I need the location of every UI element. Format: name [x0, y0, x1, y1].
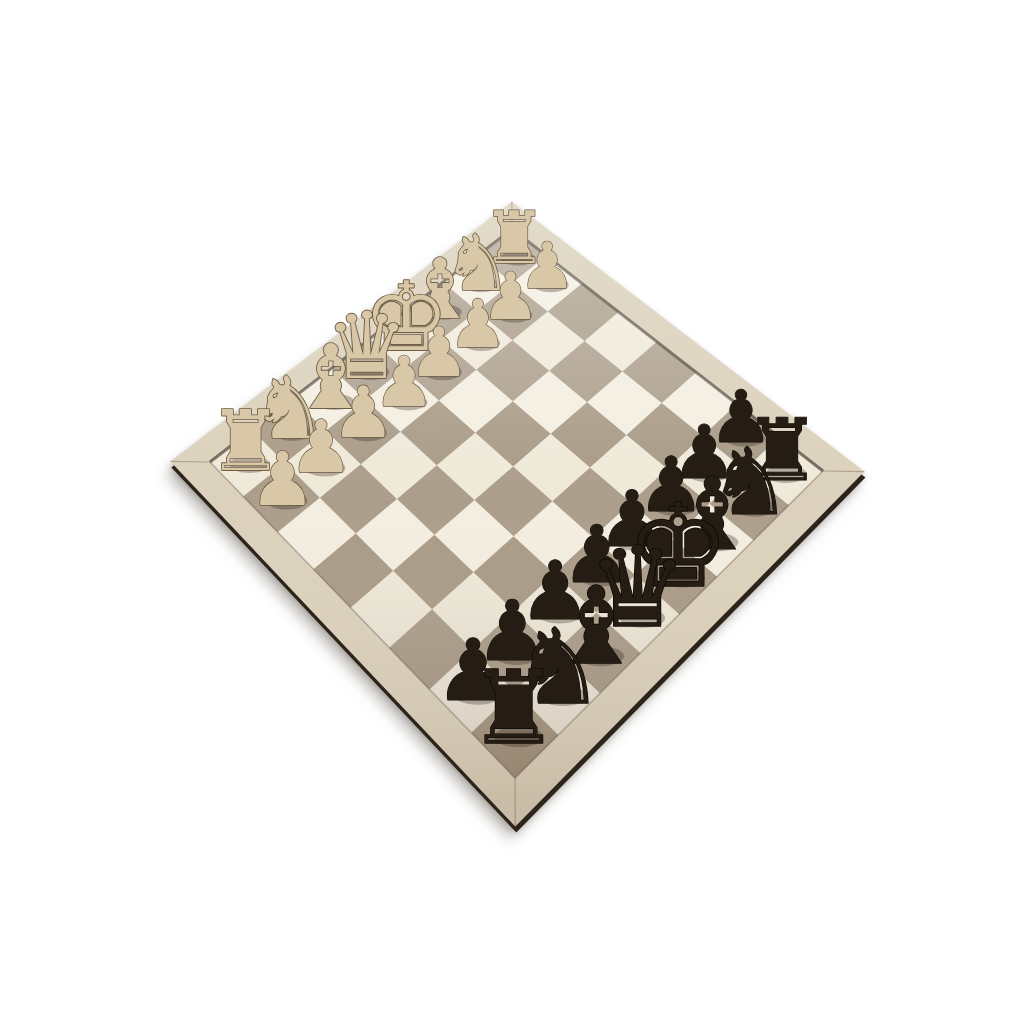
frame-mitre-2 — [823, 471, 864, 472]
piece-white-pawn-a2: ♟ — [249, 436, 316, 522]
frame-mitre-0 — [170, 461, 210, 462]
piece-black-rook-a8: ♜ — [468, 648, 559, 767]
white-pawn-glyph: ♟ — [249, 436, 316, 522]
black-rook-glyph: ♜ — [468, 648, 559, 767]
chess-set-photo: ♜♟♞♝♟♚♟♛♟♝♟♞♟♟♜♟♟♜♟♟♞♟♝♟♚♟♛♟♝♟♞♜ — [0, 0, 1024, 1024]
photo-canvas: ♜♟♞♝♟♚♟♛♟♝♟♞♟♟♜♟♟♜♟♟♞♟♝♟♚♟♛♟♝♟♞♜ — [0, 0, 1024, 1024]
